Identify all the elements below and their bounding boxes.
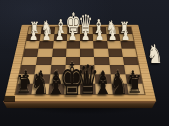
offboard-white-knight[interactable]: ♞ xyxy=(137,41,169,67)
piece-bR-a8[interactable]: ♜ xyxy=(117,73,152,98)
pieces-layer: ♜♞♝♚♛♝♞♜♟♟♟♟♟♟♟♟♟♟♟♟♟♟♟♟♜♞♝♚♛♝♞♜♞ xyxy=(0,0,169,126)
piece-wP-a2[interactable]: ♟ xyxy=(116,29,136,43)
scene-background: ♜♞♝♚♛♝♞♜♟♟♟♟♟♟♟♟♟♟♟♟♟♟♟♟♜♞♝♚♛♝♞♜♞ xyxy=(0,0,169,126)
